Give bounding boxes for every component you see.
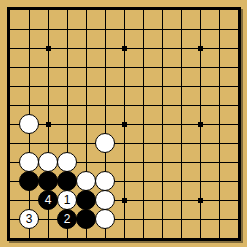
stone-black xyxy=(76,209,96,229)
go-board-diagram: 4132 xyxy=(0,0,247,247)
stone-white xyxy=(19,114,39,134)
star-point xyxy=(46,46,51,51)
stone-move-number: 3 xyxy=(26,213,33,225)
move-4-stone-black: 4 xyxy=(38,190,58,210)
star-point xyxy=(198,122,203,127)
star-point xyxy=(122,198,127,203)
stone-white xyxy=(19,152,39,172)
stone-white xyxy=(95,133,115,153)
move-1-stone-white: 1 xyxy=(57,190,77,210)
stone-white xyxy=(38,152,58,172)
stone-white xyxy=(57,152,77,172)
star-point xyxy=(122,46,127,51)
stone-move-number: 2 xyxy=(64,213,71,225)
grid-line-vertical xyxy=(162,10,163,239)
stone-white xyxy=(95,171,115,191)
stone-move-number: 1 xyxy=(64,194,71,206)
star-point xyxy=(122,122,127,127)
star-point xyxy=(46,122,51,127)
grid-line-horizontal xyxy=(10,219,239,220)
stone-white xyxy=(95,209,115,229)
grid-line-vertical xyxy=(143,10,144,239)
grid-line-vertical xyxy=(219,10,220,239)
star-point xyxy=(198,46,203,51)
star-point xyxy=(198,198,203,203)
stone-black xyxy=(38,171,58,191)
move-2-stone-black: 2 xyxy=(57,209,77,229)
stone-black xyxy=(19,171,39,191)
grid-line-vertical xyxy=(181,10,182,239)
move-3-stone-white: 3 xyxy=(19,209,39,229)
stone-white xyxy=(76,171,96,191)
stone-black xyxy=(57,171,77,191)
stone-move-number: 4 xyxy=(45,194,52,206)
grid-line-horizontal xyxy=(10,143,239,144)
stone-white xyxy=(95,190,115,210)
stone-black xyxy=(76,190,96,210)
